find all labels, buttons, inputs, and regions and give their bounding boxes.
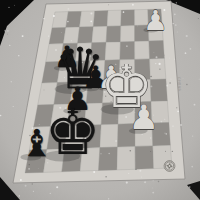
piece-white-pawn-h7[interactable]: ♟	[143, 6, 167, 33]
piece-black-king-c1[interactable]: ♚	[44, 101, 100, 164]
piece-white-pawn-g2[interactable]: ♟	[129, 102, 159, 136]
pieces-layer: ♟♟♛♟♟♟♚♟♝♚	[0, 0, 200, 200]
chessboard-photo: CHESS ♟♟♛♟♟♟♚♟♝♚	[0, 0, 200, 200]
